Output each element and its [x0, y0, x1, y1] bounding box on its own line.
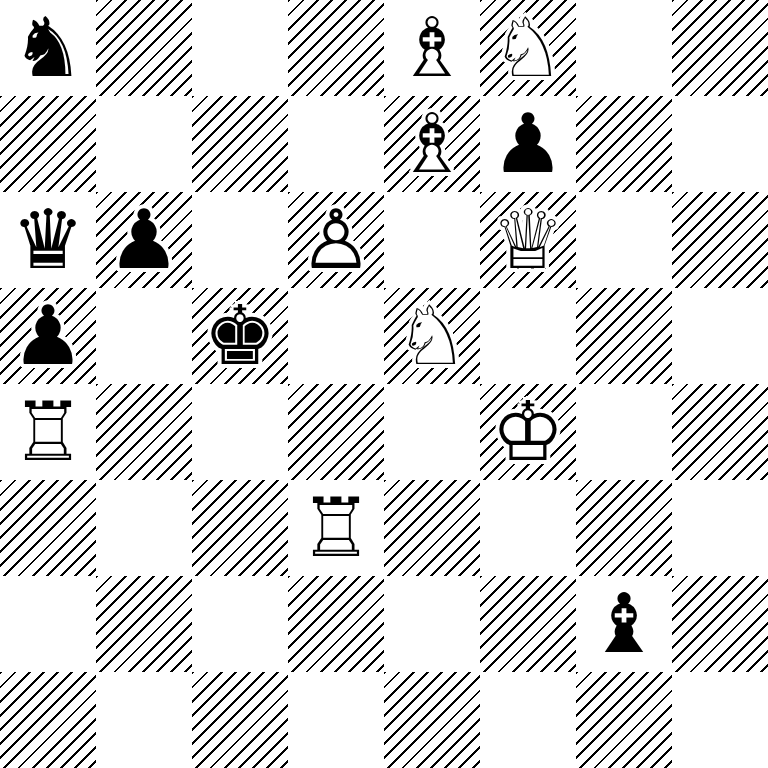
black-bishop[interactable]: ♝ [576, 576, 672, 672]
square-g1[interactable] [576, 672, 672, 768]
square-g2[interactable]: ♝ [576, 576, 672, 672]
black-queen-glyph: ♛ [0, 192, 96, 288]
square-g5[interactable] [576, 288, 672, 384]
square-d7[interactable] [288, 96, 384, 192]
square-e8[interactable]: ♝♗ [384, 0, 480, 96]
square-f7[interactable]: ♟ [480, 96, 576, 192]
white-queen[interactable]: ♛♕ [480, 192, 576, 288]
black-pawn[interactable]: ♟ [480, 96, 576, 192]
square-e3[interactable] [384, 480, 480, 576]
square-e6[interactable] [384, 192, 480, 288]
square-g8[interactable] [576, 0, 672, 96]
white-knight-glyph: ♘ [384, 288, 480, 384]
square-a8[interactable]: ♞ [0, 0, 96, 96]
square-d5[interactable] [288, 288, 384, 384]
square-h3[interactable] [672, 480, 768, 576]
black-king[interactable]: ♚ [192, 288, 288, 384]
white-bishop[interactable]: ♝♗ [384, 96, 480, 192]
square-c5[interactable]: ♚ [192, 288, 288, 384]
square-c2[interactable] [192, 576, 288, 672]
square-b1[interactable] [96, 672, 192, 768]
square-c7[interactable] [192, 96, 288, 192]
square-f3[interactable] [480, 480, 576, 576]
square-b6[interactable]: ♟ [96, 192, 192, 288]
square-f8[interactable]: ♞♘ [480, 0, 576, 96]
square-c6[interactable] [192, 192, 288, 288]
square-b5[interactable] [96, 288, 192, 384]
white-bishop-glyph: ♗ [384, 0, 480, 96]
square-a5[interactable]: ♟ [0, 288, 96, 384]
white-bishop[interactable]: ♝♗ [384, 0, 480, 96]
square-e2[interactable] [384, 576, 480, 672]
black-pawn[interactable]: ♟ [96, 192, 192, 288]
white-queen-glyph: ♕ [480, 192, 576, 288]
square-c1[interactable] [192, 672, 288, 768]
square-a3[interactable] [0, 480, 96, 576]
black-bishop-glyph: ♝ [576, 576, 672, 672]
square-d3[interactable]: ♜♖ [288, 480, 384, 576]
white-rook[interactable]: ♜♖ [0, 384, 96, 480]
square-c8[interactable] [192, 0, 288, 96]
white-rook-glyph: ♖ [288, 480, 384, 576]
square-f5[interactable] [480, 288, 576, 384]
black-pawn-glyph: ♟ [0, 288, 96, 384]
square-d2[interactable] [288, 576, 384, 672]
black-king-glyph: ♚ [192, 288, 288, 384]
black-pawn[interactable]: ♟ [0, 288, 96, 384]
square-b3[interactable] [96, 480, 192, 576]
white-king[interactable]: ♚♔ [480, 384, 576, 480]
white-pawn-glyph: ♙ [288, 192, 384, 288]
square-a1[interactable] [0, 672, 96, 768]
black-queen[interactable]: ♛ [0, 192, 96, 288]
white-king-glyph: ♔ [480, 384, 576, 480]
square-a7[interactable] [0, 96, 96, 192]
square-e5[interactable]: ♞♘ [384, 288, 480, 384]
square-e4[interactable] [384, 384, 480, 480]
square-h5[interactable] [672, 288, 768, 384]
square-d4[interactable] [288, 384, 384, 480]
square-f2[interactable] [480, 576, 576, 672]
square-d1[interactable] [288, 672, 384, 768]
black-pawn-glyph: ♟ [480, 96, 576, 192]
square-b8[interactable] [96, 0, 192, 96]
white-pawn[interactable]: ♟♙ [288, 192, 384, 288]
square-e7[interactable]: ♝♗ [384, 96, 480, 192]
square-a6[interactable]: ♛ [0, 192, 96, 288]
square-a4[interactable]: ♜♖ [0, 384, 96, 480]
square-h4[interactable] [672, 384, 768, 480]
square-h2[interactable] [672, 576, 768, 672]
square-g7[interactable] [576, 96, 672, 192]
square-h1[interactable] [672, 672, 768, 768]
square-f6[interactable]: ♛♕ [480, 192, 576, 288]
square-g6[interactable] [576, 192, 672, 288]
white-knight[interactable]: ♞♘ [480, 0, 576, 96]
square-b4[interactable] [96, 384, 192, 480]
square-b7[interactable] [96, 96, 192, 192]
square-g4[interactable] [576, 384, 672, 480]
square-d6[interactable]: ♟♙ [288, 192, 384, 288]
square-e1[interactable] [384, 672, 480, 768]
square-d8[interactable] [288, 0, 384, 96]
white-bishop-glyph: ♗ [384, 96, 480, 192]
chessboard: ♞♝♗♞♘♝♗♟♛♟♟♙♛♕♟♚♞♘♜♖♚♔♜♖♝ [0, 0, 768, 768]
square-h6[interactable] [672, 192, 768, 288]
square-b2[interactable] [96, 576, 192, 672]
square-c3[interactable] [192, 480, 288, 576]
black-knight-glyph: ♞ [0, 0, 96, 96]
white-knight[interactable]: ♞♘ [384, 288, 480, 384]
square-f1[interactable] [480, 672, 576, 768]
square-g3[interactable] [576, 480, 672, 576]
white-rook[interactable]: ♜♖ [288, 480, 384, 576]
black-knight[interactable]: ♞ [0, 0, 96, 96]
white-knight-glyph: ♘ [480, 0, 576, 96]
square-a2[interactable] [0, 576, 96, 672]
black-pawn-glyph: ♟ [96, 192, 192, 288]
square-h8[interactable] [672, 0, 768, 96]
square-h7[interactable] [672, 96, 768, 192]
square-f4[interactable]: ♚♔ [480, 384, 576, 480]
white-rook-glyph: ♖ [0, 384, 96, 480]
square-c4[interactable] [192, 384, 288, 480]
